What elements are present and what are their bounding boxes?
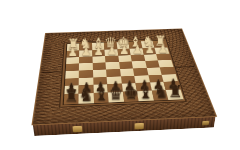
board-square: ♜: [64, 94, 79, 105]
board-square: ♟: [142, 48, 156, 55]
chess-piece-white-pawn: ♟: [145, 44, 155, 55]
chess-piece-white-pawn: ♟: [106, 45, 116, 56]
product-photo: ♜♞♝♛♚♝♞♜♟♟♟♟♟♟♟♟♟♟♟♟♟♟♟♟♜♞♝♛♚♝♞♜: [0, 0, 240, 150]
chess-piece-black-rook: ♜: [168, 84, 183, 101]
board-square: [160, 67, 175, 75]
board-square: ♞: [79, 93, 94, 104]
board-square: ♚: [123, 91, 139, 102]
chess-piece-black-knight: ♞: [153, 84, 168, 101]
board-square: ♟: [130, 48, 144, 55]
case-front-face: [33, 116, 216, 136]
chess-piece-black-knight: ♞: [79, 88, 94, 105]
board-square: ♟: [117, 49, 131, 56]
board-square: ♝: [137, 91, 154, 102]
board-square: [106, 62, 120, 69]
board-square: ♞: [152, 90, 169, 101]
chess-piece-white-pawn: ♟: [81, 46, 91, 57]
board-square: [119, 62, 133, 69]
board-square: [132, 61, 147, 68]
brass-clasp-left: [72, 126, 82, 133]
board-square: ♟: [155, 47, 169, 54]
chess-piece-black-bishop: ♝: [94, 87, 109, 104]
board-square: [93, 63, 107, 70]
chess-piece-white-pawn: ♟: [68, 46, 78, 57]
chess-piece-black-bishop: ♝: [139, 85, 154, 102]
board-square: ♛: [108, 92, 124, 103]
chess-piece-white-pawn: ♟: [157, 43, 167, 54]
board-square: ♟: [105, 49, 118, 56]
chess-piece-black-king: ♚: [124, 86, 139, 103]
board-square: [92, 56, 105, 63]
board-square: [158, 60, 173, 67]
brass-hinge-right: [202, 121, 209, 126]
chess-piece-black-rook: ♜: [64, 88, 79, 105]
chess-piece-black-queen: ♛: [109, 86, 124, 103]
board-square: ♟: [67, 51, 80, 58]
brass-clasp-center: [134, 123, 143, 130]
chess-board: ♜♞♝♛♚♝♞♜♟♟♟♟♟♟♟♟♟♟♟♟♟♟♟♟♜♞♝♛♚♝♞♜: [64, 40, 182, 104]
board-square: ♟: [92, 50, 105, 57]
board-square: [105, 55, 119, 62]
chess-piece-white-pawn: ♟: [94, 45, 104, 56]
chess-piece-white-pawn: ♟: [132, 44, 142, 55]
chess-piece-white-pawn: ♟: [119, 44, 129, 55]
board-square: [66, 64, 80, 72]
chess-case: ♜♞♝♛♚♝♞♜♟♟♟♟♟♟♟♟♟♟♟♟♟♟♟♟♜♞♝♛♚♝♞♜: [31, 28, 217, 125]
board-square: ♟: [79, 50, 92, 57]
board-square: ♝: [94, 92, 109, 103]
